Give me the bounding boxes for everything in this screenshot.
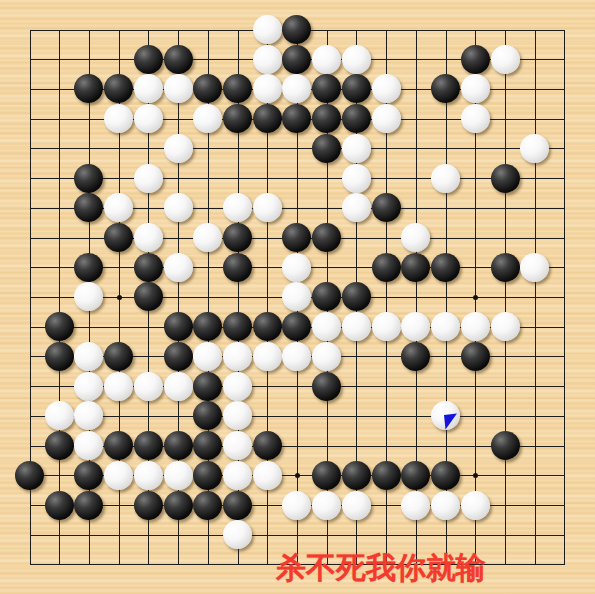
white-stone xyxy=(253,74,282,103)
black-stone xyxy=(282,45,311,74)
white-stone xyxy=(401,312,430,341)
white-stone xyxy=(164,253,193,282)
black-stone xyxy=(223,491,252,520)
black-stone xyxy=(223,74,252,103)
black-stone xyxy=(253,431,282,460)
black-stone xyxy=(134,282,163,311)
white-stone xyxy=(312,45,341,74)
black-stone xyxy=(312,282,341,311)
black-stone xyxy=(164,431,193,460)
white-stone xyxy=(134,372,163,401)
black-stone xyxy=(372,193,401,222)
white-stone xyxy=(431,491,460,520)
grid-line xyxy=(535,30,536,566)
white-stone xyxy=(74,342,103,371)
white-stone xyxy=(253,15,282,44)
grid-line xyxy=(564,30,565,566)
black-stone xyxy=(253,312,282,341)
black-stone xyxy=(342,282,371,311)
white-stone xyxy=(164,193,193,222)
star-point xyxy=(295,473,300,478)
white-stone xyxy=(104,461,133,490)
black-stone xyxy=(223,312,252,341)
black-stone xyxy=(342,74,371,103)
white-stone xyxy=(431,164,460,193)
black-stone xyxy=(431,461,460,490)
go-board[interactable]: 杀不死我你就输 xyxy=(0,0,595,594)
white-stone xyxy=(104,104,133,133)
black-stone xyxy=(342,461,371,490)
white-stone xyxy=(520,253,549,282)
white-stone xyxy=(431,312,460,341)
black-stone xyxy=(253,104,282,133)
black-stone xyxy=(193,401,222,430)
white-stone xyxy=(164,461,193,490)
white-stone xyxy=(223,461,252,490)
black-stone xyxy=(461,342,490,371)
black-stone xyxy=(193,461,222,490)
black-stone xyxy=(74,491,103,520)
white-stone xyxy=(461,312,490,341)
black-stone xyxy=(223,104,252,133)
black-stone xyxy=(74,74,103,103)
white-stone xyxy=(134,461,163,490)
black-stone xyxy=(491,164,520,193)
black-stone xyxy=(45,431,74,460)
black-stone xyxy=(134,253,163,282)
black-stone xyxy=(312,134,341,163)
white-stone xyxy=(372,74,401,103)
black-stone xyxy=(282,223,311,252)
black-stone xyxy=(74,193,103,222)
white-stone xyxy=(312,312,341,341)
black-stone xyxy=(491,431,520,460)
white-stone xyxy=(253,342,282,371)
black-stone xyxy=(401,253,430,282)
white-stone xyxy=(282,342,311,371)
white-stone xyxy=(312,491,341,520)
white-stone xyxy=(193,104,222,133)
white-stone xyxy=(461,74,490,103)
black-stone xyxy=(164,45,193,74)
black-stone xyxy=(193,312,222,341)
white-stone xyxy=(134,104,163,133)
black-stone xyxy=(193,491,222,520)
star-point xyxy=(473,473,478,478)
black-stone xyxy=(282,104,311,133)
black-stone xyxy=(491,253,520,282)
white-stone xyxy=(164,74,193,103)
black-stone xyxy=(74,253,103,282)
white-stone xyxy=(134,164,163,193)
last-move-stone xyxy=(431,401,460,430)
white-stone xyxy=(342,193,371,222)
white-stone xyxy=(312,342,341,371)
black-stone xyxy=(164,342,193,371)
white-stone xyxy=(282,491,311,520)
grid-line xyxy=(30,535,566,536)
white-stone xyxy=(253,45,282,74)
white-stone xyxy=(193,342,222,371)
black-stone xyxy=(282,312,311,341)
white-stone xyxy=(104,372,133,401)
white-stone xyxy=(74,431,103,460)
white-stone xyxy=(223,520,252,549)
white-stone xyxy=(223,193,252,222)
black-stone xyxy=(312,74,341,103)
black-stone xyxy=(342,104,371,133)
white-stone xyxy=(193,223,222,252)
star-point xyxy=(473,295,478,300)
white-stone xyxy=(253,193,282,222)
white-stone xyxy=(342,491,371,520)
black-stone xyxy=(372,461,401,490)
white-stone xyxy=(223,431,252,460)
white-stone xyxy=(164,372,193,401)
white-stone xyxy=(253,461,282,490)
white-stone xyxy=(372,312,401,341)
white-stone xyxy=(461,491,490,520)
black-stone xyxy=(45,312,74,341)
black-stone xyxy=(401,342,430,371)
black-stone xyxy=(431,253,460,282)
star-point xyxy=(117,295,122,300)
white-stone xyxy=(520,134,549,163)
white-stone xyxy=(74,372,103,401)
black-stone xyxy=(45,491,74,520)
white-stone xyxy=(223,342,252,371)
white-stone xyxy=(342,45,371,74)
white-stone xyxy=(134,74,163,103)
black-stone xyxy=(461,45,490,74)
black-stone xyxy=(74,164,103,193)
black-stone xyxy=(74,461,103,490)
black-stone xyxy=(104,431,133,460)
white-stone xyxy=(342,312,371,341)
white-stone xyxy=(372,104,401,133)
black-stone xyxy=(312,223,341,252)
grid-line xyxy=(505,30,506,566)
white-stone xyxy=(45,401,74,430)
white-stone xyxy=(104,193,133,222)
grid-line xyxy=(30,416,566,417)
white-stone xyxy=(461,104,490,133)
black-stone xyxy=(312,104,341,133)
black-stone xyxy=(431,74,460,103)
black-stone xyxy=(134,491,163,520)
black-stone xyxy=(401,461,430,490)
white-stone xyxy=(74,401,103,430)
black-stone xyxy=(45,342,74,371)
chat-overlay-text: 杀不死我你就输 xyxy=(276,548,486,589)
white-stone xyxy=(282,74,311,103)
white-stone xyxy=(342,164,371,193)
white-stone xyxy=(164,134,193,163)
white-stone xyxy=(342,134,371,163)
white-stone xyxy=(491,45,520,74)
white-stone xyxy=(282,282,311,311)
white-stone xyxy=(223,401,252,430)
black-stone xyxy=(223,253,252,282)
white-stone xyxy=(491,312,520,341)
white-stone xyxy=(401,223,430,252)
black-stone xyxy=(372,253,401,282)
black-stone xyxy=(104,223,133,252)
black-stone xyxy=(104,74,133,103)
black-stone xyxy=(134,45,163,74)
black-stone xyxy=(312,461,341,490)
white-stone xyxy=(282,253,311,282)
black-stone xyxy=(164,491,193,520)
black-stone xyxy=(193,372,222,401)
black-stone xyxy=(134,431,163,460)
white-stone xyxy=(134,223,163,252)
black-stone xyxy=(193,74,222,103)
black-stone xyxy=(282,15,311,44)
black-stone xyxy=(312,372,341,401)
black-stone xyxy=(223,223,252,252)
white-stone xyxy=(223,372,252,401)
black-stone xyxy=(164,312,193,341)
black-stone xyxy=(193,431,222,460)
last-move-triangle-icon xyxy=(431,401,460,430)
white-stone xyxy=(74,282,103,311)
white-stone xyxy=(401,491,430,520)
black-stone xyxy=(104,342,133,371)
black-stone xyxy=(15,461,44,490)
